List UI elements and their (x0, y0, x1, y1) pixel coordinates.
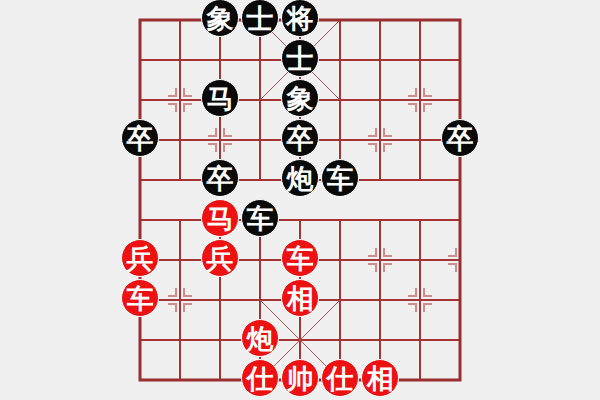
piece-red-elephant[interactable]: 相 (361, 359, 399, 397)
piece-red-elephant[interactable]: 相 (281, 279, 319, 317)
piece-red-horse[interactable]: 马 (201, 199, 239, 237)
piece-red-soldier[interactable]: 兵 (121, 239, 159, 277)
piece-red-general[interactable]: 帅 (281, 359, 319, 397)
xiangqi-board-diagram: 象士将士马象卒卒卒卒炮车马车兵兵车车相炮仕帅仕相 (0, 0, 600, 400)
piece-red-cannon[interactable]: 炮 (241, 319, 279, 357)
piece-red-advisor[interactable]: 仕 (241, 359, 279, 397)
piece-black-cannon[interactable]: 炮 (281, 159, 319, 197)
piece-red-chariot[interactable]: 车 (281, 239, 319, 277)
piece-black-chariot[interactable]: 车 (321, 159, 359, 197)
piece-black-elephant[interactable]: 象 (281, 79, 319, 117)
pieces-layer[interactable]: 象士将士马象卒卒卒卒炮车马车兵兵车车相炮仕帅仕相 (0, 0, 600, 400)
piece-black-soldier[interactable]: 卒 (201, 159, 239, 197)
piece-black-horse[interactable]: 马 (201, 79, 239, 117)
piece-red-chariot[interactable]: 车 (121, 279, 159, 317)
piece-red-advisor[interactable]: 仕 (321, 359, 359, 397)
piece-black-soldier[interactable]: 卒 (281, 119, 319, 157)
piece-black-chariot[interactable]: 车 (241, 199, 279, 237)
piece-black-general[interactable]: 将 (281, 0, 319, 37)
piece-black-advisor[interactable]: 士 (281, 39, 319, 77)
piece-black-soldier[interactable]: 卒 (441, 119, 479, 157)
piece-black-elephant[interactable]: 象 (201, 0, 239, 37)
piece-black-advisor[interactable]: 士 (241, 0, 279, 37)
piece-black-soldier[interactable]: 卒 (121, 119, 159, 157)
piece-red-soldier[interactable]: 兵 (201, 239, 239, 277)
